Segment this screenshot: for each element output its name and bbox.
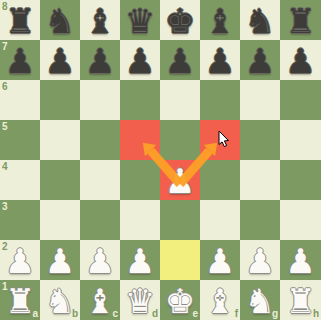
square-e5[interactable]	[160, 120, 200, 160]
square-g7[interactable]: ♟	[240, 40, 280, 80]
black-knight-b8[interactable]: ♞	[45, 4, 75, 38]
black-pawn-a7[interactable]: ♟	[5, 44, 35, 78]
square-d2[interactable]: ♟	[120, 240, 160, 280]
square-g5[interactable]	[240, 120, 280, 160]
white-pawn-f2[interactable]: ♟	[205, 244, 235, 278]
white-pawn-c2[interactable]: ♟	[85, 244, 115, 278]
black-king-e8[interactable]: ♚	[165, 4, 195, 38]
square-c7[interactable]: ♟	[80, 40, 120, 80]
square-h7[interactable]: ♟	[280, 40, 321, 80]
square-h2[interactable]: ♟	[280, 240, 321, 280]
black-pawn-b7[interactable]: ♟	[45, 44, 75, 78]
square-b1[interactable]: b♞	[40, 280, 80, 320]
square-f8[interactable]: ♝	[200, 0, 240, 40]
square-a8[interactable]: 8♜	[0, 0, 40, 40]
square-e7[interactable]: ♟	[160, 40, 200, 80]
rank-label-6: 6	[2, 82, 8, 92]
white-king-e1[interactable]: ♚	[165, 284, 195, 318]
square-f5[interactable]	[200, 120, 240, 160]
square-c1[interactable]: c♝	[80, 280, 120, 320]
black-knight-g8[interactable]: ♞	[245, 4, 275, 38]
square-c5[interactable]	[80, 120, 120, 160]
square-h6[interactable]	[280, 80, 321, 120]
square-h8[interactable]: ♜	[280, 0, 321, 40]
square-f1[interactable]: f♝	[200, 280, 240, 320]
white-pawn-g2[interactable]: ♟	[245, 244, 275, 278]
square-d8[interactable]: ♛	[120, 0, 160, 40]
white-pawn-d2[interactable]: ♟	[125, 244, 155, 278]
square-d4[interactable]	[120, 160, 160, 200]
square-a6[interactable]: 6	[0, 80, 40, 120]
black-pawn-d7[interactable]: ♟	[125, 44, 155, 78]
black-pawn-f7[interactable]: ♟	[205, 44, 235, 78]
white-bishop-f1[interactable]: ♝	[205, 284, 235, 318]
square-h5[interactable]	[280, 120, 321, 160]
square-f3[interactable]	[200, 200, 240, 240]
square-h1[interactable]: h♜	[280, 280, 321, 320]
white-queen-d1[interactable]: ♛	[125, 284, 155, 318]
square-e6[interactable]	[160, 80, 200, 120]
white-pawn-e4[interactable]: ♟	[165, 164, 195, 198]
square-c3[interactable]	[80, 200, 120, 240]
square-c4[interactable]	[80, 160, 120, 200]
square-d5[interactable]	[120, 120, 160, 160]
square-f7[interactable]: ♟	[200, 40, 240, 80]
square-c6[interactable]	[80, 80, 120, 120]
square-g2[interactable]: ♟	[240, 240, 280, 280]
white-pawn-b2[interactable]: ♟	[45, 244, 75, 278]
chess-app-stage: 8♜♞♝♛♚♝♞♜7♟♟♟♟♟♟♟♟654♟32♟♟♟♟♟♟♟1a♜b♞c♝d♛…	[0, 0, 321, 320]
black-pawn-e7[interactable]: ♟	[165, 44, 195, 78]
square-g6[interactable]	[240, 80, 280, 120]
square-e3[interactable]	[160, 200, 200, 240]
square-a7[interactable]: 7♟	[0, 40, 40, 80]
square-b4[interactable]	[40, 160, 80, 200]
square-c8[interactable]: ♝	[80, 0, 120, 40]
square-b5[interactable]	[40, 120, 80, 160]
black-pawn-h7[interactable]: ♟	[285, 44, 315, 78]
square-g3[interactable]	[240, 200, 280, 240]
white-bishop-c1[interactable]: ♝	[85, 284, 115, 318]
chess-board[interactable]: 8♜♞♝♛♚♝♞♜7♟♟♟♟♟♟♟♟654♟32♟♟♟♟♟♟♟1a♜b♞c♝d♛…	[0, 0, 321, 320]
black-queen-d8[interactable]: ♛	[125, 4, 155, 38]
square-g1[interactable]: g♞	[240, 280, 280, 320]
white-rook-a1[interactable]: ♜	[5, 284, 35, 318]
square-f2[interactable]: ♟	[200, 240, 240, 280]
square-b7[interactable]: ♟	[40, 40, 80, 80]
rank-label-4: 4	[2, 162, 8, 172]
square-a3[interactable]: 3	[0, 200, 40, 240]
square-b3[interactable]	[40, 200, 80, 240]
white-pawn-a2[interactable]: ♟	[5, 244, 35, 278]
square-a4[interactable]: 4	[0, 160, 40, 200]
square-a1[interactable]: 1a♜	[0, 280, 40, 320]
white-knight-b1[interactable]: ♞	[45, 284, 75, 318]
square-f6[interactable]	[200, 80, 240, 120]
white-rook-h1[interactable]: ♜	[285, 284, 315, 318]
black-rook-h8[interactable]: ♜	[285, 4, 315, 38]
black-bishop-f8[interactable]: ♝	[205, 4, 235, 38]
rank-label-5: 5	[2, 122, 8, 132]
square-d6[interactable]	[120, 80, 160, 120]
rank-label-3: 3	[2, 202, 8, 212]
white-pawn-h2[interactable]: ♟	[285, 244, 315, 278]
square-d1[interactable]: d♛	[120, 280, 160, 320]
black-pawn-g7[interactable]: ♟	[245, 44, 275, 78]
square-a5[interactable]: 5	[0, 120, 40, 160]
square-h3[interactable]	[280, 200, 321, 240]
square-b2[interactable]: ♟	[40, 240, 80, 280]
square-g4[interactable]	[240, 160, 280, 200]
black-bishop-c8[interactable]: ♝	[85, 4, 115, 38]
square-e4[interactable]: ♟	[160, 160, 200, 200]
square-g8[interactable]: ♞	[240, 0, 280, 40]
square-e2[interactable]	[160, 240, 200, 280]
black-pawn-c7[interactable]: ♟	[85, 44, 115, 78]
square-f4[interactable]	[200, 160, 240, 200]
square-e1[interactable]: e♚	[160, 280, 200, 320]
square-b8[interactable]: ♞	[40, 0, 80, 40]
white-knight-g1[interactable]: ♞	[245, 284, 275, 318]
square-d7[interactable]: ♟	[120, 40, 160, 80]
square-h4[interactable]	[280, 160, 321, 200]
black-rook-a8[interactable]: ♜	[5, 4, 35, 38]
square-e8[interactable]: ♚	[160, 0, 200, 40]
square-a2[interactable]: 2♟	[0, 240, 40, 280]
square-b6[interactable]	[40, 80, 80, 120]
square-d3[interactable]	[120, 200, 160, 240]
square-c2[interactable]: ♟	[80, 240, 120, 280]
